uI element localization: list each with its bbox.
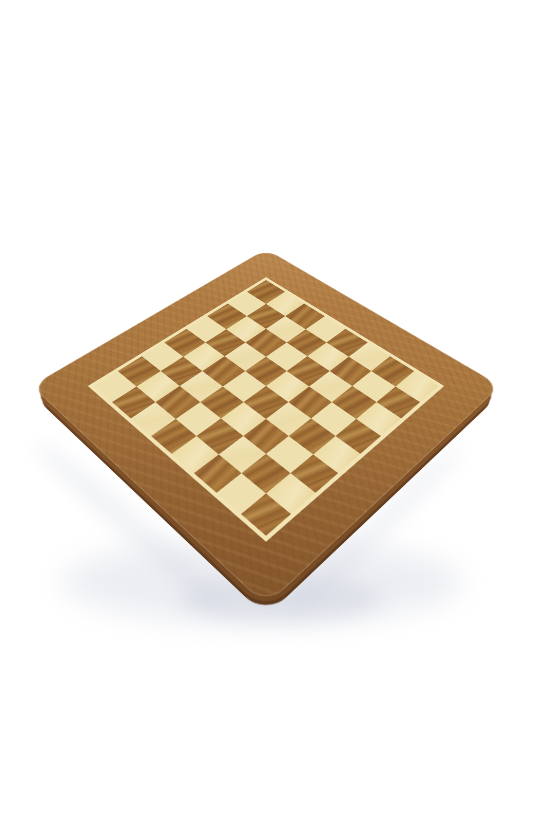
square-f3	[243, 418, 289, 453]
square-d1	[151, 418, 197, 453]
square-h2	[266, 473, 315, 514]
square-h1	[241, 493, 292, 536]
scene	[0, 0, 555, 832]
square-e2	[197, 418, 243, 453]
square-g4	[289, 418, 335, 453]
square-f5	[288, 386, 332, 418]
square-h5	[335, 418, 381, 453]
square-h7	[376, 386, 420, 418]
square-g5	[311, 402, 356, 436]
square-b1	[112, 386, 156, 418]
square-g3	[266, 436, 313, 473]
square-g2	[242, 454, 290, 493]
square-d2	[176, 402, 221, 436]
square-f1	[194, 454, 242, 493]
square-e3	[221, 402, 266, 436]
board-frame	[31, 249, 501, 606]
product-photo-background	[0, 0, 555, 832]
square-h6	[356, 402, 401, 436]
square-g6	[332, 386, 376, 418]
square-e1	[172, 436, 219, 473]
square-g1	[217, 473, 266, 514]
square-d3	[200, 386, 244, 418]
square-e4	[244, 386, 288, 418]
board-field	[88, 277, 444, 542]
square-c1	[131, 402, 176, 436]
square-c2	[156, 386, 200, 418]
square-f4	[266, 402, 311, 436]
square-h3	[290, 454, 338, 493]
square-h4	[313, 436, 360, 473]
square-f2	[219, 436, 266, 473]
chess-board	[31, 249, 501, 606]
